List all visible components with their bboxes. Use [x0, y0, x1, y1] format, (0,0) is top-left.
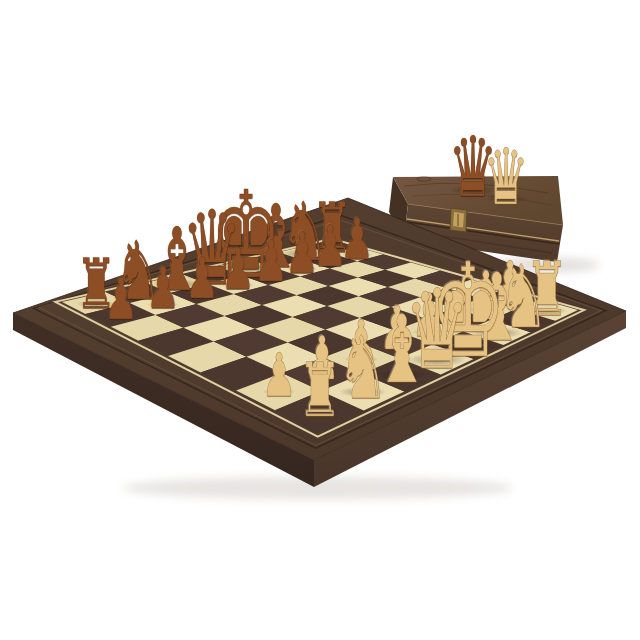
- piece-white-pawn[interactable]: ♟: [261, 345, 297, 405]
- piece-white-queen[interactable]: ♛: [483, 139, 529, 217]
- piece-black-pawn[interactable]: ♟: [146, 260, 180, 317]
- piece-black-pawn[interactable]: ♟: [285, 225, 319, 282]
- piece-black-pawn[interactable]: ♟: [254, 233, 288, 290]
- piece-black-pawn[interactable]: ♟: [104, 271, 138, 328]
- piece-black-pawn[interactable]: ♟: [221, 241, 255, 298]
- piece-black-pawn[interactable]: ♟: [185, 250, 219, 307]
- chess-set-photo: ♜♞♝♛♚♝♞♜♟♟♟♟♟♟♟♟♟♟♟♟♟♟♟♟♜♞♝♛♚♝♞♜♛♛: [0, 0, 640, 640]
- piece-white-knight[interactable]: ♞: [337, 325, 389, 412]
- piece-white-rook[interactable]: ♜: [297, 354, 341, 429]
